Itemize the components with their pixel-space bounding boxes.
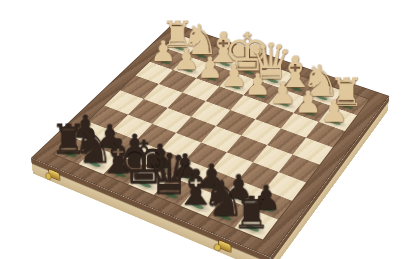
piece-black-rook[interactable]: ♜ (231, 195, 271, 231)
piece-white-pawn[interactable]: ♟ (320, 99, 348, 124)
piece-white-pawn[interactable]: ♟ (244, 73, 271, 98)
folding-chess-box: ♜♞♝♚♛♝♞♜♟♟♟♟♟♟♟♟♟♟♟♟♟♟♟♟♜♞♝♚♛♝♞♜ (31, 23, 389, 258)
board-frame: ♜♞♝♚♛♝♞♜♟♟♟♟♟♟♟♟♟♟♟♟♟♟♟♟♜♞♝♚♛♝♞♜ (31, 23, 389, 258)
piece-white-pawn[interactable]: ♟ (294, 90, 321, 115)
chess-set-photo: ♜♞♝♚♛♝♞♜♟♟♟♟♟♟♟♟♟♟♟♟♟♟♟♟♜♞♝♚♛♝♞♜ (0, 0, 420, 259)
piece-white-pawn[interactable]: ♟ (220, 64, 247, 88)
piece-white-pawn[interactable]: ♟ (269, 81, 296, 106)
chess-board: ♜♞♝♚♛♝♞♜♟♟♟♟♟♟♟♟♟♟♟♟♟♟♟♟♜♞♝♚♛♝♞♜ (53, 34, 370, 241)
piece-white-pawn[interactable]: ♟ (173, 48, 199, 72)
piece-white-pawn[interactable]: ♟ (197, 56, 223, 80)
brass-clasp-right (219, 240, 231, 252)
brass-clasp-left (49, 169, 60, 180)
square-g5[interactable] (128, 99, 167, 124)
